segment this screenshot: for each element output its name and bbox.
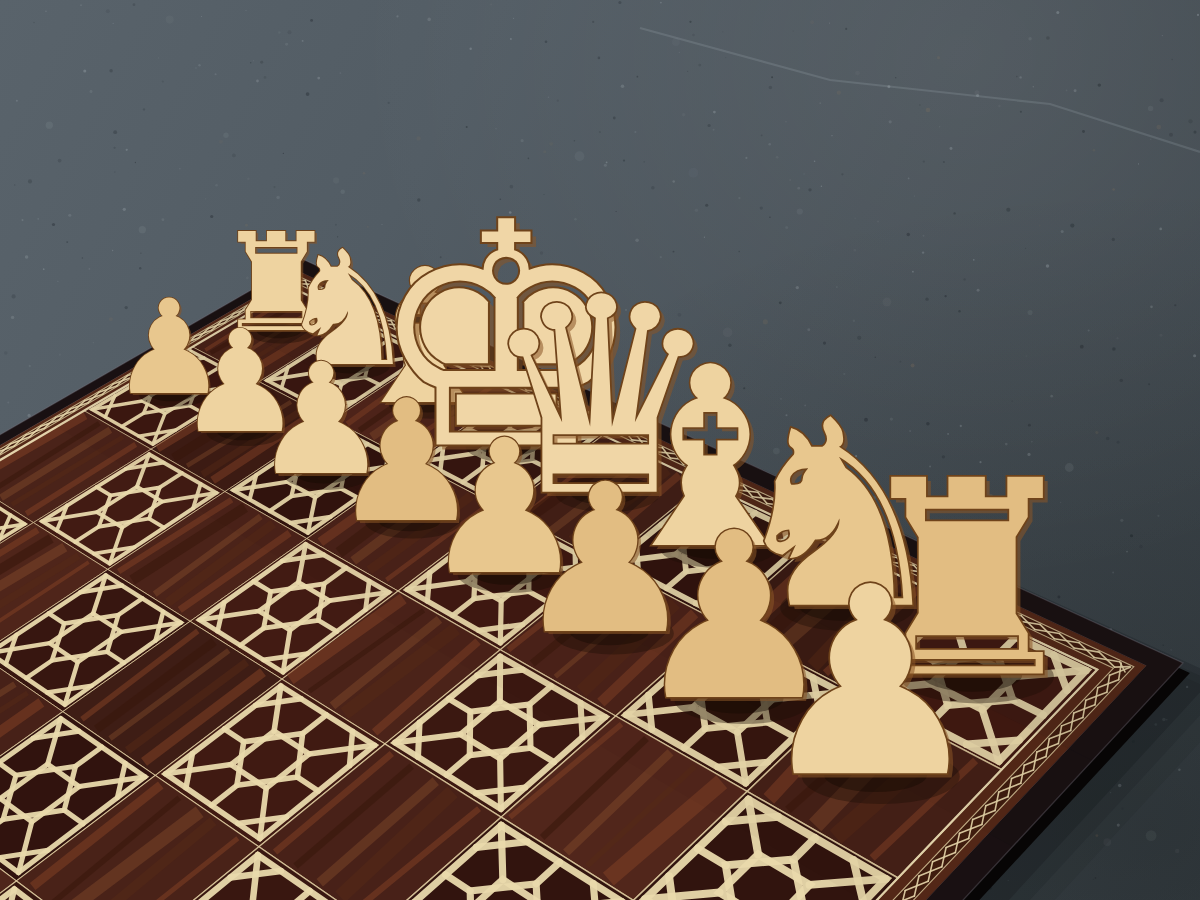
asphalt-speckle [651,186,655,190]
asphalt-speckle [598,57,601,60]
asphalt-speckle [1197,14,1199,16]
asphalt-speckle [112,250,113,251]
asphalt-speckle [388,102,390,104]
asphalt-speckle [245,10,246,11]
asphalt-speckle [1158,502,1159,503]
asphalt-patch [688,168,698,178]
asphalt-patch [340,189,345,194]
asphalt-speckle [944,295,946,297]
asphalt-speckle [704,237,705,238]
asphalt-speckle [195,67,196,68]
asphalt-speckle [1157,515,1159,517]
asphalt-speckle [919,104,920,105]
asphalt-speckle [1061,230,1064,233]
asphalt-speckle [21,219,23,221]
asphalt-speckle [574,140,576,142]
asphalt-speckle [135,162,136,163]
asphalt-speckle [1039,225,1041,227]
asphalt-speckle [1028,37,1032,41]
asphalt-speckle [287,30,291,34]
asphalt-patch [1175,849,1179,853]
asphalt-speckle [510,38,512,40]
asphalt-speckle [256,80,259,83]
asphalt-speckle [973,259,975,261]
asphalt-speckle [549,142,553,146]
asphalt-speckle [922,251,924,253]
asphalt-speckle [785,121,786,122]
asphalt-speckle [1088,330,1090,332]
asphalt-speckle [939,126,940,127]
asphalt-speckle [1138,163,1139,164]
asphalt-speckle [427,18,431,22]
asphalt-speckle [725,57,726,58]
asphalt-speckle [285,43,288,46]
asphalt-speckle [841,173,843,175]
asphalt-patch [1148,106,1153,111]
asphalt-speckle [785,226,788,229]
asphalt-speckle [963,278,965,280]
asphalt-speckle [857,336,861,340]
asphalt-speckle [797,187,800,190]
asphalt-speckle [302,40,304,42]
asphalt-speckle [14,184,15,185]
asphalt-speckle [139,267,141,269]
asphalt-speckle [637,76,639,78]
asphalt-speckle [877,221,879,223]
asphalt-speckle [80,4,82,6]
asphalt-speckle [82,257,83,258]
asphalt-speckle [1074,89,1077,92]
asphalt-speckle [1112,571,1114,573]
asphalt-speckle [113,130,117,134]
asphalt-speckle [925,298,928,301]
asphalt-speckle [83,69,86,72]
asphalt-speckle [599,131,601,133]
asphalt-speckle [1193,131,1196,134]
asphalt-speckle [621,84,624,87]
asphalt-speckle [264,76,267,79]
asphalt-speckle [495,128,496,129]
asphalt-speckle [829,23,830,24]
asphalt-speckle [1056,11,1059,14]
asphalt-speckle [745,157,747,159]
asphalt-speckle [4,351,8,355]
asphalt-speckle [201,16,202,17]
asphalt-speckle [837,91,841,95]
asphalt-speckle [613,117,616,120]
asphalt-speckle [513,18,514,19]
asphalt-speckle [283,153,284,154]
asphalt-speckle [908,178,910,180]
asphalt-speckle [1159,228,1162,231]
asphalt-speckle [89,90,92,93]
asphalt-speckle [1011,400,1012,401]
asphalt-speckle [1095,877,1097,879]
asphalt-speckle [1080,345,1084,349]
asphalt-speckle [692,34,695,37]
asphalt-speckle [950,147,953,150]
asphalt-speckle [708,124,711,127]
asphalt-speckle [162,80,164,82]
asphalt-speckle [16,100,18,102]
asphalt-speckle [1170,649,1172,651]
asphalt-speckle [306,92,310,96]
asphalt-speckle [814,160,816,162]
asphalt-speckle [12,294,16,298]
asphalt-speckle [179,168,181,170]
asphalt-speckle [768,143,771,146]
asphalt-speckle [126,149,128,151]
asphalt-speckle [912,271,914,273]
asphalt-speckle [260,61,263,64]
asphalt-speckle [66,241,68,243]
asphalt-speckle [1046,264,1050,268]
lattice-line [501,825,503,879]
asphalt-speckle [215,184,218,187]
asphalt-speckle [363,172,366,175]
asphalt-speckle [698,64,701,67]
asphalt-speckle [1178,768,1181,771]
piece-white-pawn-a2: ♟ [754,531,987,834]
asphalt-speckle [1006,208,1010,212]
asphalt-speckle [232,154,236,158]
asphalt-speckle [33,22,34,23]
asphalt-speckle [953,212,955,214]
asphalt-speckle [1120,379,1123,382]
asphalt-speckle [1162,645,1163,646]
asphalt-patch [1146,830,1157,841]
asphalt-speckle [831,135,832,136]
asphalt-patch [139,226,146,233]
asphalt-speckle [803,173,804,174]
asphalt-speckle [713,111,716,114]
asphalt-speckle [109,69,112,72]
asphalt-speckle [819,102,821,104]
asphalt-speckle [545,41,548,44]
asphalt-speckle [469,48,471,50]
asphalt-speckle [793,31,794,32]
asphalt-patch [46,122,53,129]
asphalt-speckle [317,77,320,80]
asphalt-speckle [113,147,115,149]
asphalt-speckle [416,136,420,140]
asphalt-speckle [1120,519,1123,522]
asphalt-patch [882,298,891,307]
asphalt-speckle [466,126,468,128]
asphalt-speckle [776,156,779,159]
asphalt-speckle [705,204,708,207]
asphalt-speckle [59,354,61,356]
asphalt-speckle [1116,337,1118,339]
asphalt-speckle [123,208,126,211]
asphalt-speckle [779,301,782,304]
asphalt-speckle [1033,86,1035,88]
asphalt-speckle [998,105,1001,108]
asphalt-speckle [219,140,223,144]
asphalt-speckle [133,3,136,6]
asphalt-patch [855,71,860,76]
asphalt-speckle [977,289,980,292]
asphalt-speckle [682,113,685,116]
asphalt-speckle [250,62,251,63]
asphalt-speckle [1025,248,1026,249]
asphalt-speckle [895,77,896,78]
asphalt-speckle [205,198,206,199]
asphalt-speckle [689,21,691,23]
asphalt-speckle [37,218,39,220]
asphalt-speckle [1066,90,1068,92]
asphalt-speckle [926,108,931,113]
asphalt-speckle [687,71,688,72]
asphalt-speckle [1174,304,1176,306]
asphalt-speckle [310,19,313,22]
asphalt-speckle [836,286,838,288]
asphalt-speckle [821,185,822,186]
asphalt-speckle [1093,149,1096,152]
asphalt-speckle [28,414,31,417]
asphalt-speckle [1025,355,1027,357]
asphalt-speckle [57,281,58,282]
asphalt-speckle [760,206,763,209]
asphalt-patch [223,132,228,137]
asphalt-speckle [548,97,550,99]
asphalt-speckle [43,268,45,270]
asphalt-speckle [1019,76,1021,78]
asphalt-speckle [273,186,275,188]
asphalt-speckle [761,135,763,137]
asphalt-speckle [853,319,855,321]
asphalt-speckle [198,64,200,66]
asphalt-speckle [1160,334,1163,337]
asphalt-speckle [11,316,14,319]
asphalt-speckle [771,76,773,78]
asphalt-speckle [1020,111,1022,113]
asphalt-speckle [660,2,662,4]
asphalt-speckle [396,15,398,17]
asphalt-speckle [520,139,523,142]
asphalt-speckle [634,131,636,133]
asphalt-speckle [738,251,740,253]
asphalt-patch [797,208,803,214]
asphalt-speckle [112,23,113,24]
asphalt-speckle [1150,305,1153,308]
asphalt-speckle [278,31,280,33]
asphalt-speckle [543,150,546,153]
asphalt-speckle [161,218,164,221]
asphalt-speckle [789,179,791,181]
asphalt-speckle [140,253,141,254]
asphalt-speckle [923,235,925,237]
asphalt-speckle [1016,76,1018,78]
asphalt-speckle [1112,238,1115,241]
asphalt-speckle [679,52,680,53]
asphalt-speckle [875,357,876,358]
lattice-line [593,884,597,900]
asphalt-speckle [93,342,94,343]
asphalt-speckle [158,57,159,58]
asphalt-speckle [713,129,715,131]
asphalt-speckle [1082,130,1085,133]
asphalt-speckle [900,361,902,363]
asphalt-speckle [114,171,116,173]
asphalt-speckle [29,365,31,367]
asphalt-speckle [672,180,675,183]
asphalt-speckle [68,214,71,217]
asphalt-speckle [215,73,217,75]
asphalt-speckle [1046,36,1050,40]
asphalt-speckle [1126,551,1128,553]
asphalt-speckle [1162,35,1163,36]
asphalt-speckle [7,401,9,403]
asphalt-patch [333,177,339,183]
asphalt-speckle [810,20,814,24]
asphalt-speckle [923,161,925,163]
asphalt-speckle [1171,59,1172,60]
asphalt-speckle [52,223,55,226]
asphalt-speckle [592,21,594,23]
asphalt-speckle [769,86,773,90]
lattice-line [500,758,501,808]
asphalt-speckle [1093,879,1094,880]
asphalt-speckle [25,255,29,259]
asphalt-speckle [1139,545,1142,548]
asphalt-speckle [618,1,621,4]
lattice-line [418,723,420,757]
asphalt-speckle [247,178,249,180]
asphalt-speckle [210,215,213,218]
asphalt-speckle [796,286,799,289]
asphalt-speckle [907,233,910,236]
asphalt-speckle [143,108,145,110]
asphalt-speckle [1150,139,1151,140]
asphalt-speckle [58,159,62,163]
asphalt-speckle [1160,98,1164,102]
asphalt-speckle [45,11,46,12]
chess-photo-canvas: ♜♜♞♞♟♟♝♝♟♟♚♚♟♟♛♛♟♟♝♝♟♟♞♞♟♟♜♜♟♟♟♟ [0,0,1200,900]
asphalt-speckle [1156,125,1161,130]
asphalt-speckle [1095,431,1098,434]
asphalt-speckle [937,56,940,59]
asphalt-speckle [28,179,32,183]
asphalt-speckle [1106,437,1109,440]
asphalt-speckle [1193,354,1196,357]
asphalt-patch [166,16,174,24]
asphalt-speckle [769,217,771,219]
asphalt-speckle [722,31,723,32]
asphalt-speckle [88,268,90,270]
asphalt-speckle [253,60,254,61]
lattice-line [350,731,353,765]
asphalt-speckle [1169,133,1173,137]
asphalt-speckle [1112,347,1116,351]
asphalt-patch [974,90,979,95]
asphalt-speckle [738,197,740,199]
asphalt-patch [1028,310,1033,315]
asphalt-speckle [1188,119,1192,123]
asphalt-speckle [106,9,110,13]
asphalt-speckle [808,188,811,191]
asphalt-speckle [1117,441,1120,444]
asphalt-speckle [943,161,945,163]
asphalt-speckle [1148,383,1150,385]
asphalt-speckle [695,208,699,212]
asphalt-speckle [1112,188,1115,191]
asphalt-speckle [1130,534,1133,537]
asphalt-crack-line [640,28,1200,152]
asphalt-speckle [490,4,492,6]
asphalt-speckle [1098,83,1101,86]
asphalt-speckle [889,120,892,123]
asphalt-speckle [276,196,280,200]
asphalt-speckle [853,249,856,252]
asphalt-speckle [914,196,915,197]
asphalt-speckle [854,218,855,219]
asphalt-speckle [958,310,960,312]
asphalt-speckle [1070,224,1074,228]
asphalt-speckle [845,28,847,30]
asphalt-speckle [557,100,559,102]
asphalt-speckle [340,72,342,74]
photo-scene: ♜♜♞♞♟♟♝♝♟♟♚♚♟♟♛♛♟♟♝♝♟♟♞♞♟♟♜♜♟♟♟♟ [0,0,1200,900]
asphalt-speckle [1050,395,1053,398]
